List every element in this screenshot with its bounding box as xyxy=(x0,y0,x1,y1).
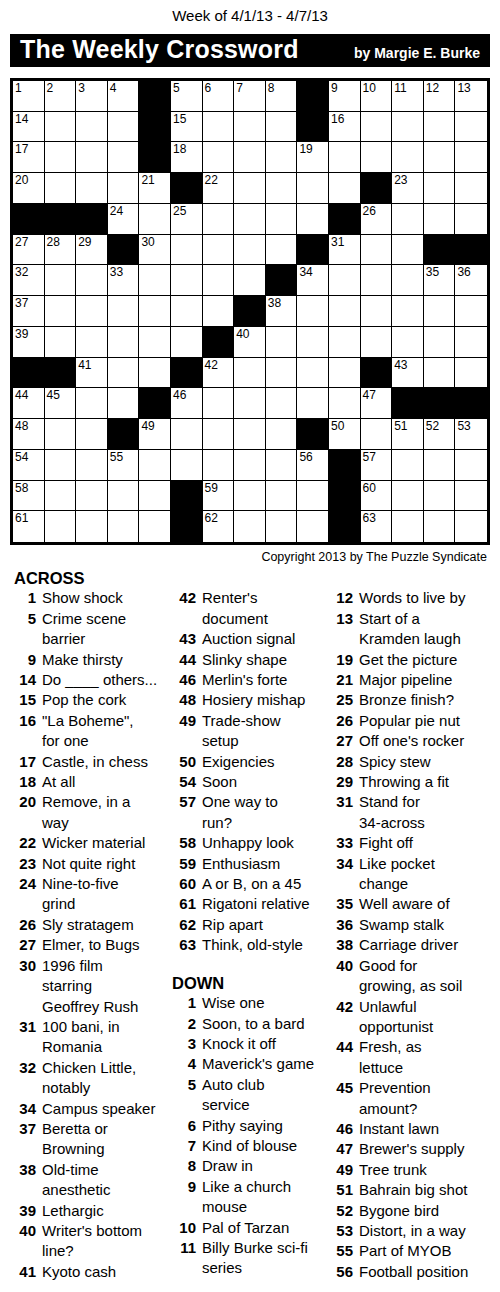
clue: 9Make thirsty xyxy=(14,650,172,670)
white-square[interactable]: 12 xyxy=(424,81,456,112)
white-square[interactable] xyxy=(108,327,140,358)
white-square[interactable] xyxy=(297,511,329,542)
white-square[interactable] xyxy=(392,511,424,542)
clue-number: 49 xyxy=(333,1160,353,1180)
clue-text: Hosiery mishap xyxy=(202,690,305,710)
white-square[interactable]: 33 xyxy=(108,265,140,296)
white-square[interactable] xyxy=(203,450,235,481)
white-square[interactable] xyxy=(361,112,393,143)
white-square[interactable]: 51 xyxy=(392,419,424,450)
white-square[interactable] xyxy=(234,265,266,296)
clue-text: Think, old-style xyxy=(202,935,303,955)
white-square[interactable] xyxy=(203,419,235,450)
white-square[interactable] xyxy=(266,511,298,542)
white-square[interactable]: 18 xyxy=(171,142,203,173)
cell-number: 21 xyxy=(141,174,154,186)
clue: 31Stand for 34-across xyxy=(333,792,493,833)
white-square[interactable] xyxy=(139,358,171,389)
white-square[interactable] xyxy=(45,481,77,512)
white-square[interactable] xyxy=(76,327,108,358)
white-square[interactable]: 25 xyxy=(171,204,203,235)
white-square[interactable] xyxy=(329,265,361,296)
white-square[interactable]: 41 xyxy=(76,358,108,389)
white-square[interactable] xyxy=(139,265,171,296)
clue: 36Swamp stalk xyxy=(333,915,493,935)
white-square[interactable] xyxy=(76,112,108,143)
white-square[interactable] xyxy=(424,204,456,235)
white-square[interactable] xyxy=(139,327,171,358)
white-square[interactable] xyxy=(297,388,329,419)
white-square[interactable] xyxy=(76,511,108,542)
white-square[interactable] xyxy=(45,450,77,481)
white-square[interactable] xyxy=(203,235,235,266)
white-square[interactable]: 3 xyxy=(76,81,108,112)
white-square[interactable] xyxy=(297,173,329,204)
cell-number: 40 xyxy=(236,328,249,340)
white-square[interactable] xyxy=(424,450,456,481)
clue: 27Off one's rocker xyxy=(333,731,493,751)
clue-text: Auction signal xyxy=(202,629,295,649)
white-square[interactable] xyxy=(455,296,487,327)
clue-number: 12 xyxy=(333,588,353,608)
white-square[interactable] xyxy=(424,173,456,204)
clue-number: 22 xyxy=(14,833,36,853)
clue: 51Bahrain big shot xyxy=(333,1180,493,1200)
white-square[interactable] xyxy=(171,235,203,266)
white-square[interactable] xyxy=(455,204,487,235)
white-square[interactable] xyxy=(392,235,424,266)
white-square[interactable] xyxy=(76,419,108,450)
clue-number: 63 xyxy=(172,935,196,955)
clue: 57One way to run? xyxy=(172,792,333,833)
clue-text: Draw in xyxy=(202,1156,253,1176)
white-square[interactable] xyxy=(234,419,266,450)
white-square[interactable] xyxy=(76,173,108,204)
clue: 1Wise one xyxy=(172,993,333,1013)
white-square[interactable] xyxy=(139,481,171,512)
white-square[interactable] xyxy=(76,388,108,419)
clue-number: 23 xyxy=(14,854,36,874)
white-square[interactable] xyxy=(108,511,140,542)
white-square[interactable] xyxy=(45,327,77,358)
white-square[interactable] xyxy=(139,450,171,481)
white-square[interactable] xyxy=(424,296,456,327)
clue: 24Nine-to-five grind xyxy=(14,874,172,915)
white-square[interactable] xyxy=(361,265,393,296)
white-square[interactable] xyxy=(392,142,424,173)
byline: by Margie E. Burke xyxy=(354,45,480,61)
clue: 28Spicy stew xyxy=(333,752,493,772)
across-clues-list-2: 42Renter's document43Auction signal44Sli… xyxy=(172,588,333,955)
white-square[interactable] xyxy=(266,481,298,512)
clue: 18At all xyxy=(14,772,172,792)
white-square[interactable] xyxy=(76,265,108,296)
white-square[interactable]: 37 xyxy=(13,296,45,327)
white-square[interactable] xyxy=(455,481,487,512)
white-square[interactable]: 23 xyxy=(392,173,424,204)
white-square[interactable] xyxy=(361,142,393,173)
white-square[interactable] xyxy=(171,419,203,450)
white-square[interactable]: 24 xyxy=(108,204,140,235)
white-square[interactable] xyxy=(361,419,393,450)
black-square xyxy=(234,296,266,327)
white-square[interactable]: 39 xyxy=(13,327,45,358)
white-square[interactable] xyxy=(108,173,140,204)
clue-text: Kyoto cash xyxy=(42,1262,116,1282)
white-square[interactable]: 61 xyxy=(13,511,45,542)
clue-number: 9 xyxy=(14,650,36,670)
white-square[interactable]: 54 xyxy=(13,450,45,481)
white-square[interactable]: 14 xyxy=(13,112,45,143)
white-square[interactable]: 38 xyxy=(266,296,298,327)
white-square[interactable]: 22 xyxy=(203,173,235,204)
white-square[interactable]: 36 xyxy=(455,265,487,296)
white-square[interactable] xyxy=(45,511,77,542)
white-square[interactable]: 7 xyxy=(234,81,266,112)
white-square[interactable]: 32 xyxy=(13,265,45,296)
black-square xyxy=(203,327,235,358)
clue: 5Crime scene barrier xyxy=(14,609,172,650)
white-square[interactable] xyxy=(266,327,298,358)
clue-number: 36 xyxy=(333,915,353,935)
white-square[interactable]: 6 xyxy=(203,81,235,112)
clue: 32Chicken Little, notably xyxy=(14,1058,172,1099)
clue-number: 51 xyxy=(333,1180,353,1200)
white-square[interactable] xyxy=(203,112,235,143)
white-square[interactable]: 52 xyxy=(424,419,456,450)
white-square[interactable]: 2 xyxy=(45,81,77,112)
white-square[interactable] xyxy=(392,296,424,327)
white-square[interactable] xyxy=(361,235,393,266)
clue-number: 40 xyxy=(333,956,353,997)
cell-number: 44 xyxy=(15,389,28,401)
white-square[interactable] xyxy=(139,511,171,542)
white-square[interactable]: 16 xyxy=(329,112,361,143)
white-square[interactable] xyxy=(45,173,77,204)
white-square[interactable] xyxy=(203,204,235,235)
white-square[interactable] xyxy=(171,450,203,481)
white-square[interactable] xyxy=(203,265,235,296)
white-square[interactable] xyxy=(108,112,140,143)
cell-number: 41 xyxy=(78,359,91,371)
white-square[interactable]: 57 xyxy=(361,450,393,481)
white-square[interactable] xyxy=(424,327,456,358)
white-square[interactable] xyxy=(424,112,456,143)
clue: 37Beretta or Browning xyxy=(14,1119,172,1160)
cell-number: 50 xyxy=(331,420,344,432)
clue-text: Bronze finish? xyxy=(359,690,454,710)
white-square[interactable] xyxy=(203,388,235,419)
cell-number: 62 xyxy=(205,512,218,524)
clue-text: Soon xyxy=(202,772,237,792)
cell-number: 48 xyxy=(15,420,28,432)
clue: 59Enthusiasm xyxy=(172,854,333,874)
down-clues-list-2: 12Words to live by13Start of a Kramden l… xyxy=(333,588,493,1282)
black-square xyxy=(139,142,171,173)
white-square[interactable] xyxy=(329,388,361,419)
black-square xyxy=(297,419,329,450)
clue-number: 31 xyxy=(14,1017,36,1058)
clue-text: Prevention amount? xyxy=(359,1078,431,1119)
white-square[interactable] xyxy=(76,296,108,327)
white-square[interactable] xyxy=(329,358,361,389)
clue-number: 8 xyxy=(172,1156,196,1176)
clue-number: 44 xyxy=(172,650,196,670)
white-square[interactable] xyxy=(424,358,456,389)
clue-text: Rip apart xyxy=(202,915,263,935)
white-square[interactable]: 1 xyxy=(13,81,45,112)
white-square[interactable] xyxy=(455,327,487,358)
white-square[interactable] xyxy=(171,296,203,327)
white-square[interactable] xyxy=(392,112,424,143)
white-square[interactable]: 35 xyxy=(424,265,456,296)
cell-number: 10 xyxy=(363,82,376,94)
clue-number: 13 xyxy=(333,609,353,650)
white-square[interactable]: 62 xyxy=(203,511,235,542)
white-square[interactable] xyxy=(234,511,266,542)
clue: 62Rip apart xyxy=(172,915,333,935)
clue-text: Trade-show setup xyxy=(202,711,281,752)
white-square[interactable]: 34 xyxy=(297,265,329,296)
clue-text: Unlawful opportunist xyxy=(359,997,433,1038)
clue-number: 26 xyxy=(333,711,353,731)
white-square[interactable] xyxy=(392,481,424,512)
cell-number: 20 xyxy=(15,174,28,186)
white-square[interactable]: 13 xyxy=(455,81,487,112)
white-square[interactable] xyxy=(139,204,171,235)
clue-text: Kind of blouse xyxy=(202,1136,297,1156)
white-square[interactable] xyxy=(392,450,424,481)
white-square[interactable]: 63 xyxy=(361,511,393,542)
white-square[interactable]: 19 xyxy=(297,142,329,173)
white-square[interactable] xyxy=(76,450,108,481)
white-square[interactable] xyxy=(424,511,456,542)
clue-number: 20 xyxy=(14,792,36,833)
white-square[interactable] xyxy=(45,296,77,327)
cell-number: 53 xyxy=(457,420,470,432)
white-square[interactable]: 60 xyxy=(361,481,393,512)
black-square xyxy=(297,235,329,266)
white-square[interactable]: 4 xyxy=(108,81,140,112)
cell-number: 15 xyxy=(173,113,186,125)
white-square[interactable] xyxy=(424,142,456,173)
white-square[interactable]: 44 xyxy=(13,388,45,419)
white-square[interactable]: 46 xyxy=(171,388,203,419)
clue-text: Writer's bottom line? xyxy=(42,1221,142,1262)
white-square[interactable] xyxy=(266,173,298,204)
white-square[interactable] xyxy=(139,296,171,327)
cell-number: 43 xyxy=(394,359,407,371)
white-square[interactable] xyxy=(234,358,266,389)
clue-text: A or B, on a 45 xyxy=(202,874,301,894)
white-square[interactable]: 48 xyxy=(13,419,45,450)
white-square[interactable] xyxy=(329,173,361,204)
white-square[interactable] xyxy=(234,235,266,266)
white-square[interactable]: 50 xyxy=(329,419,361,450)
clue-number: 42 xyxy=(172,588,196,629)
white-square[interactable] xyxy=(455,112,487,143)
clue: 63Think, old-style xyxy=(172,935,333,955)
cell-number: 1 xyxy=(15,82,22,94)
white-square[interactable] xyxy=(234,450,266,481)
white-square[interactable]: 5 xyxy=(171,81,203,112)
white-square[interactable] xyxy=(455,142,487,173)
crossword-grid: 1234567891011121314151617181920212223242… xyxy=(10,78,490,545)
clue-number: 57 xyxy=(172,792,196,833)
white-square[interactable]: 56 xyxy=(297,450,329,481)
white-square[interactable] xyxy=(266,358,298,389)
white-square[interactable]: 10 xyxy=(361,81,393,112)
white-square[interactable] xyxy=(297,204,329,235)
white-square[interactable] xyxy=(297,358,329,389)
white-square[interactable]: 49 xyxy=(139,419,171,450)
white-square[interactable]: 55 xyxy=(108,450,140,481)
white-square[interactable] xyxy=(392,204,424,235)
white-square[interactable] xyxy=(234,173,266,204)
clue-number: 39 xyxy=(14,1201,36,1221)
white-square[interactable]: 17 xyxy=(13,142,45,173)
clue-text: Stand for 34-across xyxy=(359,792,425,833)
black-square xyxy=(329,450,361,481)
cell-number: 60 xyxy=(363,482,376,494)
black-square xyxy=(297,81,329,112)
cell-number: 4 xyxy=(110,82,117,94)
white-square[interactable] xyxy=(234,142,266,173)
white-square[interactable]: 15 xyxy=(171,112,203,143)
white-square[interactable] xyxy=(108,358,140,389)
white-square[interactable] xyxy=(108,142,140,173)
white-square[interactable]: 58 xyxy=(13,481,45,512)
white-square[interactable] xyxy=(45,265,77,296)
black-square xyxy=(424,235,456,266)
clue: 22Wicker material xyxy=(14,833,172,853)
white-square[interactable] xyxy=(297,327,329,358)
clue-text: Unhappy look xyxy=(202,833,294,853)
white-square[interactable] xyxy=(392,265,424,296)
white-square[interactable]: 31 xyxy=(329,235,361,266)
white-square[interactable] xyxy=(76,142,108,173)
white-square[interactable]: 47 xyxy=(361,388,393,419)
white-square[interactable]: 26 xyxy=(361,204,393,235)
clue: 41Kyoto cash xyxy=(14,1262,172,1282)
white-square[interactable]: 42 xyxy=(203,358,235,389)
white-square[interactable] xyxy=(361,296,393,327)
white-square[interactable] xyxy=(329,296,361,327)
white-square[interactable] xyxy=(108,481,140,512)
white-square[interactable] xyxy=(297,481,329,512)
white-square[interactable]: 30 xyxy=(139,235,171,266)
cell-number: 9 xyxy=(331,82,338,94)
white-square[interactable] xyxy=(455,358,487,389)
clue: 26Popular pie nut xyxy=(333,711,493,731)
white-square[interactable]: 20 xyxy=(13,173,45,204)
white-square[interactable] xyxy=(329,142,361,173)
white-square[interactable]: 59 xyxy=(203,481,235,512)
title-banner: The Weekly Crossword by Margie E. Burke xyxy=(10,34,490,67)
white-square[interactable] xyxy=(45,419,77,450)
cell-number: 29 xyxy=(78,236,91,248)
clue: 47Brewer's supply xyxy=(333,1139,493,1159)
white-square[interactable] xyxy=(234,388,266,419)
white-square[interactable] xyxy=(297,296,329,327)
white-square[interactable] xyxy=(45,112,77,143)
clue-number: 33 xyxy=(333,833,353,853)
white-square[interactable] xyxy=(234,204,266,235)
white-square[interactable] xyxy=(424,481,456,512)
clue-text: "La Boheme", for one xyxy=(42,711,134,752)
clue-text: Knock it off xyxy=(202,1034,276,1054)
white-square[interactable] xyxy=(108,388,140,419)
white-square[interactable] xyxy=(266,142,298,173)
white-square[interactable] xyxy=(203,296,235,327)
black-square xyxy=(455,235,487,266)
white-square[interactable] xyxy=(455,450,487,481)
white-square[interactable]: 45 xyxy=(45,388,77,419)
white-square[interactable]: 8 xyxy=(266,81,298,112)
white-square[interactable]: 27 xyxy=(13,235,45,266)
white-square[interactable] xyxy=(266,419,298,450)
white-square[interactable] xyxy=(266,235,298,266)
copyright: Copyright 2013 by The Puzzle Syndicate xyxy=(0,550,500,566)
white-square[interactable] xyxy=(171,327,203,358)
clue: 49Trade-show setup xyxy=(172,711,333,752)
clue-text: One way to run? xyxy=(202,792,278,833)
white-square[interactable] xyxy=(392,327,424,358)
clue-text: Crime scene barrier xyxy=(42,609,126,650)
white-square[interactable] xyxy=(45,142,77,173)
white-square[interactable]: 9 xyxy=(329,81,361,112)
clue: 27Elmer, to Bugs xyxy=(14,935,172,955)
clue-number: 5 xyxy=(172,1075,196,1116)
white-square[interactable]: 28 xyxy=(45,235,77,266)
white-square[interactable]: 43 xyxy=(392,358,424,389)
white-square[interactable] xyxy=(455,173,487,204)
white-square[interactable]: 53 xyxy=(455,419,487,450)
white-square[interactable]: 29 xyxy=(76,235,108,266)
white-square[interactable] xyxy=(455,511,487,542)
clue-number: 16 xyxy=(14,711,36,752)
white-square[interactable] xyxy=(329,327,361,358)
clue-number: 14 xyxy=(14,670,36,690)
white-square[interactable] xyxy=(234,481,266,512)
white-square[interactable] xyxy=(266,204,298,235)
white-square[interactable]: 11 xyxy=(392,81,424,112)
white-square[interactable] xyxy=(108,296,140,327)
white-square[interactable] xyxy=(234,112,266,143)
white-square[interactable]: 40 xyxy=(234,327,266,358)
clue-number: 62 xyxy=(172,915,196,935)
cell-number: 61 xyxy=(15,512,28,524)
clue-number: 10 xyxy=(172,1218,196,1238)
clue: 54Soon xyxy=(172,772,333,792)
clue: 2Soon, to a bard xyxy=(172,1014,333,1034)
cell-number: 25 xyxy=(173,205,186,217)
clue-text: Off one's rocker xyxy=(359,731,464,751)
white-square[interactable] xyxy=(171,265,203,296)
white-square[interactable] xyxy=(76,481,108,512)
white-square[interactable]: 21 xyxy=(139,173,171,204)
clue: 17Castle, in chess xyxy=(14,752,172,772)
clue: 13Start of a Kramden laugh xyxy=(333,609,493,650)
white-square[interactable] xyxy=(266,388,298,419)
puzzle-page: Week of 4/1/13 - 4/7/13 The Weekly Cross… xyxy=(0,0,500,1282)
white-square[interactable] xyxy=(266,450,298,481)
white-square[interactable] xyxy=(361,327,393,358)
white-square[interactable] xyxy=(203,142,235,173)
white-square[interactable] xyxy=(266,112,298,143)
clue-number: 30 xyxy=(14,956,36,1017)
clue-text: Rigatoni relative xyxy=(202,894,310,914)
